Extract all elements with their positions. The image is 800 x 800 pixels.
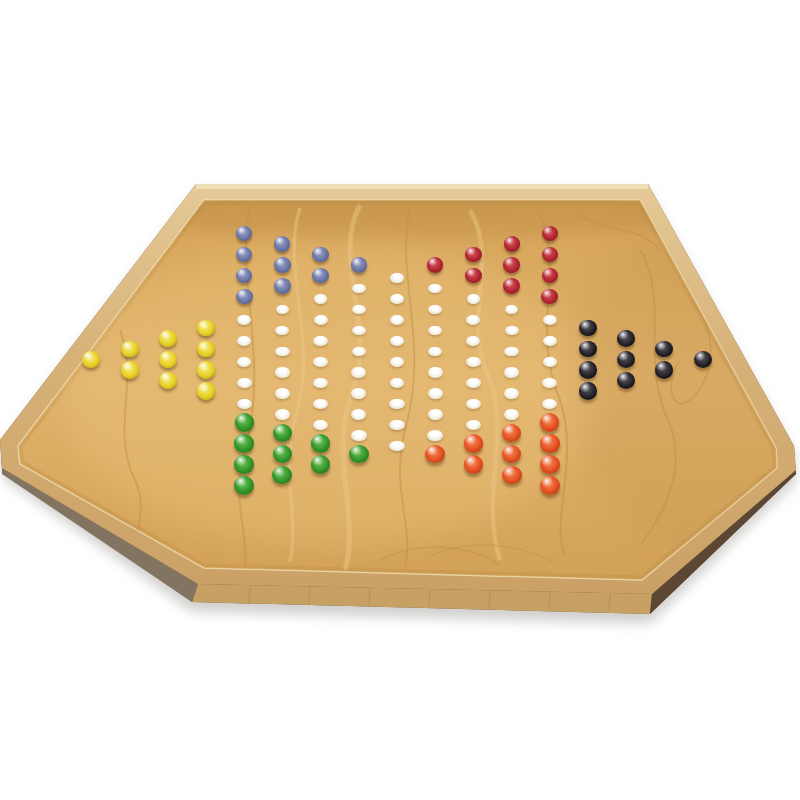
marble-red[interactable]: ● [542, 247, 558, 262]
hole-empty[interactable] [314, 315, 328, 325]
marble-black[interactable]: ● [579, 320, 596, 336]
hole-empty[interactable] [428, 326, 442, 336]
hole-empty[interactable] [237, 357, 252, 367]
hole-empty[interactable] [237, 315, 251, 325]
hole-empty[interactable] [314, 294, 328, 303]
hole-empty[interactable] [542, 399, 557, 409]
hole-empty[interactable] [389, 441, 405, 452]
marble-blue[interactable]: ● [236, 268, 253, 284]
marble-black[interactable]: ● [579, 361, 597, 378]
hole-empty[interactable] [505, 326, 519, 336]
hole-empty[interactable] [466, 336, 480, 346]
marble-orange[interactable]: ● [540, 434, 559, 452]
marble-yellow[interactable]: ● [197, 341, 215, 358]
marble-blue[interactable]: ● [236, 289, 253, 305]
chinese-checkers-board: ●●●●●●●●●●●●●●●●●●●●●●●●●●●●●●●●●●●●●●●●… [0, 0, 800, 800]
marble-blue[interactable]: ● [312, 247, 328, 262]
hole-empty[interactable] [466, 399, 481, 409]
marble-green[interactable]: ● [311, 434, 330, 452]
marble-green[interactable]: ● [273, 424, 292, 442]
marble-green[interactable]: ● [272, 466, 292, 485]
marble-blue[interactable]: ● [312, 268, 329, 284]
marble-orange[interactable]: ● [464, 434, 483, 452]
hole-empty[interactable] [237, 378, 252, 388]
hole-empty[interactable] [352, 347, 366, 357]
hole-empty[interactable] [428, 347, 442, 357]
hole-empty[interactable] [237, 336, 251, 346]
marble-red[interactable]: ● [542, 226, 558, 241]
hole-empty[interactable] [504, 347, 518, 357]
marble-yellow[interactable]: ● [82, 351, 100, 368]
marble-red[interactable]: ● [541, 289, 558, 305]
marble-blue[interactable]: ● [274, 236, 290, 251]
hole-empty[interactable] [275, 409, 290, 419]
hole-empty[interactable] [313, 420, 328, 431]
marble-green[interactable]: ● [349, 445, 369, 464]
marble-yellow[interactable]: ● [121, 361, 139, 378]
marble-green[interactable]: ● [234, 455, 254, 474]
marble-red[interactable]: ● [427, 257, 443, 272]
holes-layer: ●●●●●●●●●●●●●●●●●●●●●●●●●●●●●●●●●●●●●●●●… [0, 0, 800, 800]
marble-green[interactable]: ● [234, 434, 253, 452]
hole-empty[interactable] [466, 357, 481, 367]
hole-empty[interactable] [276, 305, 290, 315]
hole-empty[interactable] [427, 430, 443, 441]
marble-yellow[interactable]: ● [197, 382, 216, 400]
hole-empty[interactable] [504, 388, 519, 398]
marble-black[interactable]: ● [579, 341, 597, 358]
hole-empty[interactable] [390, 294, 404, 303]
marble-orange[interactable]: ● [502, 424, 521, 442]
hole-empty[interactable] [428, 409, 443, 419]
marble-blue[interactable]: ● [351, 257, 367, 272]
hole-empty[interactable] [313, 336, 327, 346]
marble-green[interactable]: ● [273, 445, 293, 464]
marble-orange[interactable]: ● [425, 445, 445, 464]
hole-empty[interactable] [390, 273, 403, 282]
marble-orange[interactable]: ● [464, 455, 484, 474]
marble-yellow[interactable]: ● [159, 372, 177, 389]
hole-empty[interactable] [351, 409, 366, 419]
hole-empty[interactable] [466, 378, 481, 388]
marble-blue[interactable]: ● [236, 247, 252, 262]
marble-blue[interactable]: ● [274, 257, 290, 272]
hole-empty[interactable] [275, 326, 289, 336]
marble-yellow[interactable]: ● [121, 341, 139, 358]
hole-empty[interactable] [275, 388, 290, 398]
hole-empty[interactable] [351, 367, 366, 377]
marble-red[interactable]: ● [504, 236, 520, 251]
marble-red[interactable]: ● [465, 247, 481, 262]
marble-yellow[interactable]: ● [197, 320, 214, 336]
hole-empty[interactable] [352, 305, 366, 315]
hole-empty[interactable] [543, 336, 557, 346]
hole-empty[interactable] [275, 347, 289, 357]
marble-black[interactable]: ● [579, 382, 598, 400]
hole-empty[interactable] [390, 378, 405, 388]
hole-empty[interactable] [351, 430, 367, 441]
marble-red[interactable]: ● [503, 257, 519, 272]
marble-red[interactable]: ● [503, 278, 520, 294]
marble-blue[interactable]: ● [236, 226, 252, 241]
hole-empty[interactable] [543, 315, 557, 325]
hole-empty[interactable] [505, 305, 519, 315]
photo-background: ●●●●●●●●●●●●●●●●●●●●●●●●●●●●●●●●●●●●●●●●… [0, 0, 800, 800]
marble-black[interactable]: ● [617, 330, 635, 347]
hole-empty[interactable] [542, 378, 557, 388]
hole-empty[interactable] [428, 305, 442, 315]
marble-orange[interactable]: ● [502, 466, 522, 485]
marble-yellow[interactable]: ● [159, 351, 177, 368]
hole-empty[interactable] [352, 326, 366, 336]
marble-black[interactable]: ● [655, 361, 673, 378]
hole-empty[interactable] [428, 367, 443, 377]
hole-empty[interactable] [390, 336, 404, 346]
hole-empty[interactable] [352, 284, 365, 293]
marble-green[interactable]: ● [311, 455, 331, 474]
marble-green[interactable]: ● [234, 476, 254, 495]
hole-empty[interactable] [428, 388, 443, 398]
marble-black[interactable]: ● [694, 351, 712, 368]
hole-empty[interactable] [390, 315, 404, 325]
hole-empty[interactable] [389, 420, 404, 431]
hole-empty[interactable] [428, 284, 441, 293]
hole-empty[interactable] [313, 399, 328, 409]
marble-yellow[interactable]: ● [197, 361, 215, 378]
hole-empty[interactable] [389, 399, 404, 409]
hole-empty[interactable] [504, 367, 519, 377]
hole-empty[interactable] [237, 399, 252, 409]
hole-empty[interactable] [390, 357, 405, 367]
marble-black[interactable]: ● [655, 341, 673, 358]
marble-black[interactable]: ● [617, 372, 635, 389]
marble-blue[interactable]: ● [274, 278, 291, 294]
hole-empty[interactable] [275, 367, 290, 377]
hole-empty[interactable] [313, 378, 328, 388]
hole-empty[interactable] [467, 294, 481, 303]
marble-yellow[interactable]: ● [159, 330, 177, 347]
marble-black[interactable]: ● [617, 351, 635, 368]
marble-green[interactable]: ● [235, 413, 254, 431]
hole-empty[interactable] [543, 357, 558, 367]
marble-orange[interactable]: ● [540, 413, 559, 431]
marble-orange[interactable]: ● [540, 476, 560, 495]
marble-red[interactable]: ● [465, 268, 482, 284]
hole-empty[interactable] [504, 409, 519, 419]
marble-orange[interactable]: ● [540, 455, 560, 474]
hole-empty[interactable] [351, 388, 366, 398]
marble-orange[interactable]: ● [502, 445, 522, 464]
hole-empty[interactable] [466, 420, 481, 431]
hole-empty[interactable] [313, 357, 328, 367]
marble-red[interactable]: ● [542, 268, 559, 284]
hole-empty[interactable] [466, 315, 480, 325]
